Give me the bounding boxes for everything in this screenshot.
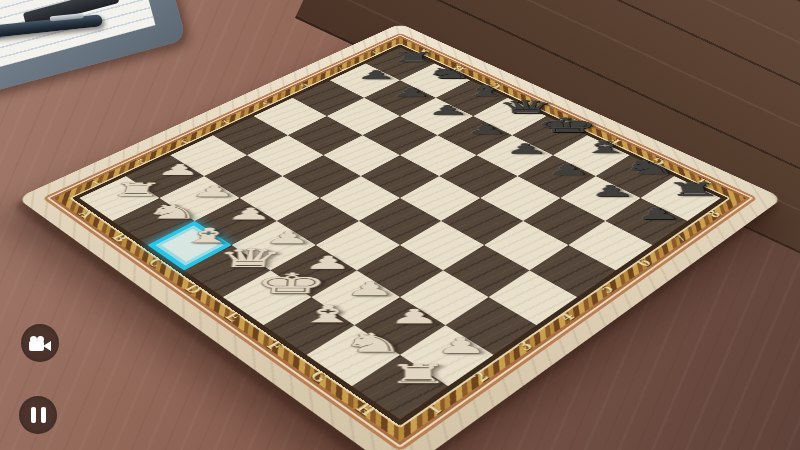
piece-black-pawn-b7[interactable]: ♟ [391, 86, 431, 98]
piece-white-pawn-b2[interactable]: ♟ [189, 183, 237, 199]
piece-white-king-e1[interactable]: ♚ [252, 270, 329, 298]
video-camera-icon [29, 336, 51, 351]
camera-view-button[interactable] [21, 324, 59, 362]
pause-icon [31, 407, 46, 423]
piece-white-rook-a1[interactable]: ♜ [108, 181, 165, 199]
clipboard [0, 0, 186, 100]
piece-black-knight-g8[interactable]: ♞ [619, 158, 679, 176]
piece-white-pawn-h2[interactable]: ♟ [434, 335, 487, 356]
piece-black-rook-h8[interactable]: ♜ [664, 181, 722, 199]
piece-black-pawn-a7[interactable]: ♟ [356, 69, 396, 81]
piece-black-rook-a8[interactable]: ♜ [390, 51, 435, 64]
piece-black-knight-b8[interactable]: ♞ [424, 66, 474, 81]
piece-black-pawn-c7[interactable]: ♟ [427, 104, 469, 117]
piece-black-pawn-e7[interactable]: ♟ [504, 142, 549, 156]
piece-black-pawn-d7[interactable]: ♟ [464, 122, 507, 136]
piece-black-pawn-h7[interactable]: ♟ [632, 206, 682, 222]
piece-white-pawn-f2[interactable]: ♟ [344, 279, 394, 298]
piece-black-pawn-g7[interactable]: ♟ [587, 183, 635, 199]
piece-black-king-e8[interactable]: ♚ [534, 115, 600, 135]
piece-white-knight-g1[interactable]: ♞ [339, 330, 405, 356]
piece-black-bishop-f8[interactable]: ♝ [577, 139, 633, 156]
piece-black-pawn-f7[interactable]: ♟ [545, 162, 592, 177]
piece-white-bishop-f1[interactable]: ♝ [296, 302, 359, 326]
piece-white-pawn-c2[interactable]: ♟ [225, 206, 273, 222]
pause-button[interactable] [19, 396, 57, 434]
piece-white-pawn-a2[interactable]: ♟ [155, 162, 202, 177]
piece-white-pawn-g2[interactable]: ♟ [389, 306, 440, 326]
piece-white-knight-b1[interactable]: ♞ [141, 201, 203, 221]
chess-game-scene: ABCDEFGH ABCDEFGH 87654321 87654321 ♜♞♝♛… [0, 0, 800, 450]
piece-white-rook-h1[interactable]: ♜ [386, 361, 449, 387]
